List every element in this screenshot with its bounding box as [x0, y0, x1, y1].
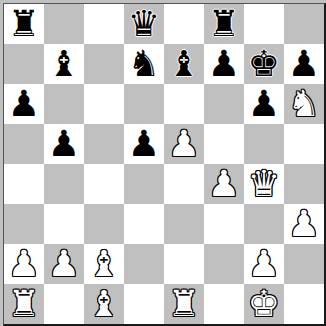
square-e8[interactable] [164, 4, 204, 44]
square-g8[interactable] [244, 4, 284, 44]
square-d8[interactable]: ♛ [124, 4, 164, 44]
chess-board: ♜♛♜♝♞♝♟♚♟♟♟♞♟♟♟♟♛♟♟♟♝♟♜♝♜♚ [4, 4, 324, 324]
white-rook-e1: ♜ [168, 284, 200, 324]
black-pawn-b5: ♟ [48, 124, 80, 164]
square-e2[interactable] [164, 244, 204, 284]
square-g7[interactable]: ♚ [244, 44, 284, 84]
square-c8[interactable] [84, 4, 124, 44]
square-b3[interactable] [44, 204, 84, 244]
square-a7[interactable] [4, 44, 44, 84]
square-f5[interactable] [204, 124, 244, 164]
square-a1[interactable]: ♜ [4, 284, 44, 324]
square-e3[interactable] [164, 204, 204, 244]
square-d3[interactable] [124, 204, 164, 244]
square-c5[interactable] [84, 124, 124, 164]
black-king-g7: ♚ [248, 44, 280, 84]
black-bishop-b7: ♝ [48, 44, 80, 84]
square-e4[interactable] [164, 164, 204, 204]
white-pawn-g2: ♟ [248, 244, 280, 284]
square-d6[interactable] [124, 84, 164, 124]
square-e5[interactable]: ♟ [164, 124, 204, 164]
square-h8[interactable] [284, 4, 324, 44]
black-rook-f8: ♜ [208, 4, 240, 44]
square-f6[interactable] [204, 84, 244, 124]
square-f8[interactable]: ♜ [204, 4, 244, 44]
white-pawn-b2: ♟ [48, 244, 80, 284]
white-knight-h6: ♞ [288, 84, 320, 124]
square-f2[interactable] [204, 244, 244, 284]
square-c1[interactable]: ♝ [84, 284, 124, 324]
square-e7[interactable]: ♝ [164, 44, 204, 84]
square-b6[interactable] [44, 84, 84, 124]
square-b8[interactable] [44, 4, 84, 44]
square-d1[interactable] [124, 284, 164, 324]
chess-board-frame: ♜♛♜♝♞♝♟♚♟♟♟♞♟♟♟♟♛♟♟♟♝♟♜♝♜♚ [3, 3, 326, 326]
black-bishop-e7: ♝ [168, 44, 200, 84]
black-rook-a8: ♜ [8, 4, 40, 44]
white-pawn-a2: ♟ [8, 244, 40, 284]
square-h6[interactable]: ♞ [284, 84, 324, 124]
square-c7[interactable] [84, 44, 124, 84]
white-pawn-f4: ♟ [208, 164, 240, 204]
square-g3[interactable] [244, 204, 284, 244]
square-g6[interactable]: ♟ [244, 84, 284, 124]
square-f1[interactable] [204, 284, 244, 324]
black-pawn-d5: ♟ [128, 124, 160, 164]
black-queen-d8: ♛ [128, 4, 160, 44]
square-e6[interactable] [164, 84, 204, 124]
white-queen-g4: ♛ [248, 164, 280, 204]
square-f4[interactable]: ♟ [204, 164, 244, 204]
square-h2[interactable] [284, 244, 324, 284]
square-d4[interactable] [124, 164, 164, 204]
white-rook-a1: ♜ [8, 284, 40, 324]
square-d7[interactable]: ♞ [124, 44, 164, 84]
square-b5[interactable]: ♟ [44, 124, 84, 164]
square-f7[interactable]: ♟ [204, 44, 244, 84]
square-c2[interactable]: ♝ [84, 244, 124, 284]
white-bishop-c1: ♝ [88, 284, 120, 324]
square-c6[interactable] [84, 84, 124, 124]
square-g1[interactable]: ♚ [244, 284, 284, 324]
square-a8[interactable]: ♜ [4, 4, 44, 44]
square-a5[interactable] [4, 124, 44, 164]
square-h3[interactable]: ♟ [284, 204, 324, 244]
square-h7[interactable]: ♟ [284, 44, 324, 84]
square-d2[interactable] [124, 244, 164, 284]
black-pawn-h7: ♟ [288, 44, 320, 84]
white-king-g1: ♚ [248, 284, 280, 324]
square-g4[interactable]: ♛ [244, 164, 284, 204]
black-pawn-a6: ♟ [8, 84, 40, 124]
square-c3[interactable] [84, 204, 124, 244]
white-bishop-c2: ♝ [88, 244, 120, 284]
square-h1[interactable] [284, 284, 324, 324]
square-a4[interactable] [4, 164, 44, 204]
square-g5[interactable] [244, 124, 284, 164]
square-h5[interactable] [284, 124, 324, 164]
black-pawn-f7: ♟ [208, 44, 240, 84]
square-a3[interactable] [4, 204, 44, 244]
square-c4[interactable] [84, 164, 124, 204]
square-a2[interactable]: ♟ [4, 244, 44, 284]
white-pawn-e5: ♟ [168, 124, 200, 164]
white-pawn-h3: ♟ [288, 204, 320, 244]
square-g2[interactable]: ♟ [244, 244, 284, 284]
square-h4[interactable] [284, 164, 324, 204]
square-a6[interactable]: ♟ [4, 84, 44, 124]
square-e1[interactable]: ♜ [164, 284, 204, 324]
black-pawn-g6: ♟ [248, 84, 280, 124]
square-b4[interactable] [44, 164, 84, 204]
square-d5[interactable]: ♟ [124, 124, 164, 164]
black-knight-d7: ♞ [128, 44, 160, 84]
square-f3[interactable] [204, 204, 244, 244]
square-b7[interactable]: ♝ [44, 44, 84, 84]
square-b2[interactable]: ♟ [44, 244, 84, 284]
square-b1[interactable] [44, 284, 84, 324]
